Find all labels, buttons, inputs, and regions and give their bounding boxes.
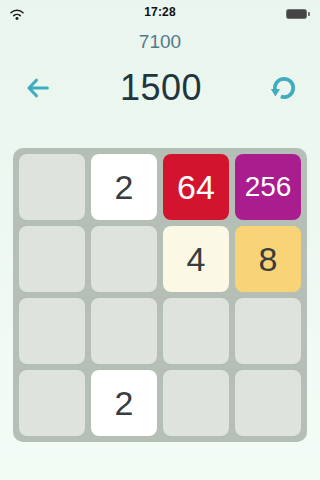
header: 1500 [0,66,320,110]
tile-2: 2 [91,154,157,220]
empty-cell [163,370,229,436]
tile-64: 64 [163,154,229,220]
empty-cell [235,370,301,436]
restart-button[interactable] [268,72,300,104]
empty-cell [235,298,301,364]
empty-cell [19,154,85,220]
app-screen: 17:28 7100 1500 264256482 [0,0,320,480]
arrow-left-icon [24,74,52,102]
status-time: 17:28 [0,5,320,19]
best-score: 7100 [0,30,320,54]
back-button[interactable] [22,72,54,104]
tile-256: 256 [235,154,301,220]
empty-cell [91,226,157,292]
empty-cell [19,226,85,292]
status-bar: 17:28 [0,0,320,24]
empty-cell [19,298,85,364]
empty-cell [163,298,229,364]
tile-8: 8 [235,226,301,292]
game-board[interactable]: 264256482 [13,148,307,442]
current-score: 1500 [120,67,202,109]
empty-cell [19,370,85,436]
tile-4: 4 [163,226,229,292]
tile-2: 2 [91,370,157,436]
restore-icon [269,73,299,103]
empty-cell [91,298,157,364]
